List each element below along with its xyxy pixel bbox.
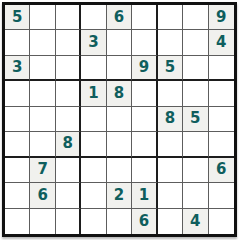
cell-r1c7-empty[interactable] xyxy=(158,5,183,30)
cell-r6c3-given: 8 xyxy=(56,132,81,157)
cell-r4c3-empty[interactable] xyxy=(56,81,81,106)
cell-r4c6-empty[interactable] xyxy=(132,81,157,106)
cell-r4c8-empty[interactable] xyxy=(183,81,208,106)
cell-r1c6-empty[interactable] xyxy=(132,5,157,30)
cell-r3c6-given: 9 xyxy=(132,56,157,81)
cell-r2c6-empty[interactable] xyxy=(132,30,157,55)
cell-r9c8-given: 4 xyxy=(183,209,208,234)
cell-r9c1-empty[interactable] xyxy=(5,209,30,234)
cell-r4c9-empty[interactable] xyxy=(209,81,234,106)
cell-r6c1-empty[interactable] xyxy=(5,132,30,157)
sudoku-board-wrapper: 56934395188587662164 xyxy=(2,2,237,237)
cell-r7c2-given: 7 xyxy=(30,158,55,183)
cell-r1c2-empty[interactable] xyxy=(30,5,55,30)
cell-r3c8-empty[interactable] xyxy=(183,56,208,81)
cell-r3c4-empty[interactable] xyxy=(81,56,106,81)
cell-r9c2-empty[interactable] xyxy=(30,209,55,234)
cell-r1c3-empty[interactable] xyxy=(56,5,81,30)
cell-r6c6-empty[interactable] xyxy=(132,132,157,157)
cell-r3c9-empty[interactable] xyxy=(209,56,234,81)
cell-r5c4-empty[interactable] xyxy=(81,107,106,132)
cell-r7c8-empty[interactable] xyxy=(183,158,208,183)
cell-r7c7-empty[interactable] xyxy=(158,158,183,183)
cell-r9c5-empty[interactable] xyxy=(107,209,132,234)
cell-r7c3-empty[interactable] xyxy=(56,158,81,183)
cell-r2c7-empty[interactable] xyxy=(158,30,183,55)
cell-r1c9-given: 9 xyxy=(209,5,234,30)
cell-r2c9-given: 4 xyxy=(209,30,234,55)
cell-r8c4-empty[interactable] xyxy=(81,183,106,208)
cell-r8c1-empty[interactable] xyxy=(5,183,30,208)
cell-r4c2-empty[interactable] xyxy=(30,81,55,106)
cell-r8c3-empty[interactable] xyxy=(56,183,81,208)
cell-r9c9-empty[interactable] xyxy=(209,209,234,234)
cell-r2c2-empty[interactable] xyxy=(30,30,55,55)
cell-r5c5-empty[interactable] xyxy=(107,107,132,132)
cell-r2c5-empty[interactable] xyxy=(107,30,132,55)
cell-r2c1-empty[interactable] xyxy=(5,30,30,55)
cell-r6c4-empty[interactable] xyxy=(81,132,106,157)
cell-r6c7-empty[interactable] xyxy=(158,132,183,157)
cell-r1c5-given: 6 xyxy=(107,5,132,30)
cell-r9c4-empty[interactable] xyxy=(81,209,106,234)
cell-r3c5-empty[interactable] xyxy=(107,56,132,81)
cell-r2c3-empty[interactable] xyxy=(56,30,81,55)
cell-r7c5-empty[interactable] xyxy=(107,158,132,183)
cell-r1c4-empty[interactable] xyxy=(81,5,106,30)
cell-r9c7-empty[interactable] xyxy=(158,209,183,234)
cell-r3c7-given: 5 xyxy=(158,56,183,81)
cell-r7c9-given: 6 xyxy=(209,158,234,183)
cell-r6c5-empty[interactable] xyxy=(107,132,132,157)
cell-r8c7-empty[interactable] xyxy=(158,183,183,208)
cell-r5c8-given: 5 xyxy=(183,107,208,132)
cell-r3c2-empty[interactable] xyxy=(30,56,55,81)
cell-r5c1-empty[interactable] xyxy=(5,107,30,132)
cell-r5c6-empty[interactable] xyxy=(132,107,157,132)
cell-r7c4-empty[interactable] xyxy=(81,158,106,183)
cell-r5c3-empty[interactable] xyxy=(56,107,81,132)
cell-r6c8-empty[interactable] xyxy=(183,132,208,157)
cell-r5c2-empty[interactable] xyxy=(30,107,55,132)
cell-r7c1-empty[interactable] xyxy=(5,158,30,183)
cell-r4c7-empty[interactable] xyxy=(158,81,183,106)
cell-r1c1-given: 5 xyxy=(5,5,30,30)
cell-r8c5-given: 2 xyxy=(107,183,132,208)
cell-r4c1-empty[interactable] xyxy=(5,81,30,106)
cell-r2c8-empty[interactable] xyxy=(183,30,208,55)
cell-r8c8-empty[interactable] xyxy=(183,183,208,208)
cell-r7c6-empty[interactable] xyxy=(132,158,157,183)
cell-r9c6-given: 6 xyxy=(132,209,157,234)
cell-r5c7-given: 8 xyxy=(158,107,183,132)
cell-r4c5-given: 8 xyxy=(107,81,132,106)
cell-r6c9-empty[interactable] xyxy=(209,132,234,157)
cell-r8c6-given: 1 xyxy=(132,183,157,208)
cell-r6c2-empty[interactable] xyxy=(30,132,55,157)
cell-r9c3-empty[interactable] xyxy=(56,209,81,234)
cell-r4c4-given: 1 xyxy=(81,81,106,106)
cell-r3c1-given: 3 xyxy=(5,56,30,81)
sudoku-board: 56934395188587662164 xyxy=(2,2,237,237)
cell-r2c4-given: 3 xyxy=(81,30,106,55)
cell-r5c9-empty[interactable] xyxy=(209,107,234,132)
cell-r1c8-empty[interactable] xyxy=(183,5,208,30)
cell-r8c2-given: 6 xyxy=(30,183,55,208)
cell-r8c9-empty[interactable] xyxy=(209,183,234,208)
cell-r3c3-empty[interactable] xyxy=(56,56,81,81)
